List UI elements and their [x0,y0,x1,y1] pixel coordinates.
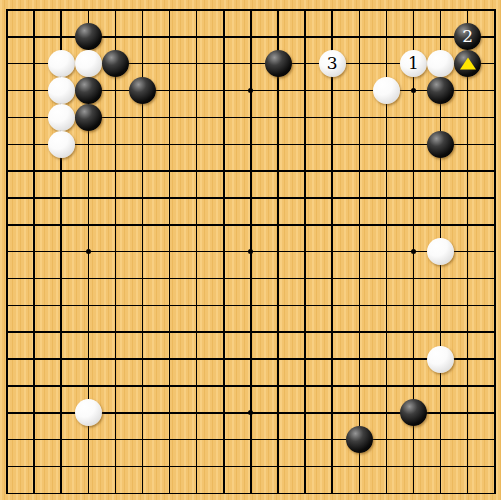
white-stone[interactable]: 3 [319,50,346,77]
grid-line-vertical [304,9,306,494]
grid-line-horizontal [6,331,495,333]
grid-line-horizontal [6,493,495,495]
grid-line-vertical [331,9,333,494]
black-stone[interactable] [75,77,102,104]
white-stone[interactable] [48,131,75,158]
grid-line-horizontal [6,439,495,441]
black-stone[interactable] [129,77,156,104]
black-stone[interactable]: 2 [454,23,481,50]
star-point [248,410,253,415]
black-stone[interactable] [265,50,292,77]
white-stone[interactable] [75,399,102,426]
black-stone[interactable] [75,104,102,131]
grid-line-vertical [494,9,496,494]
move-number-label: 3 [319,50,346,77]
grid-line-vertical [467,9,469,494]
black-stone[interactable] [75,23,102,50]
white-stone[interactable] [48,50,75,77]
triangle-marker [460,57,476,69]
move-number-label: 2 [454,23,481,50]
white-stone[interactable] [48,77,75,104]
star-point [86,249,91,254]
star-point [411,249,416,254]
grid-line-horizontal [6,305,495,307]
white-stone[interactable] [427,238,454,265]
white-stone[interactable] [48,104,75,131]
star-point [411,88,416,93]
grid-line-horizontal [6,385,495,387]
black-stone[interactable] [400,399,427,426]
black-stone[interactable] [427,77,454,104]
white-stone[interactable] [427,346,454,373]
grid-line-horizontal [6,466,495,468]
black-stone[interactable] [427,131,454,158]
go-board[interactable]: 231 [0,0,501,500]
star-point [248,88,253,93]
star-point [248,249,253,254]
move-number-label: 1 [400,50,427,77]
black-stone[interactable] [346,426,373,453]
black-stone[interactable] [102,50,129,77]
black-stone[interactable] [454,50,481,77]
white-stone[interactable] [373,77,400,104]
grid-line-vertical [277,9,279,494]
white-stone[interactable]: 1 [400,50,427,77]
white-stone[interactable] [75,50,102,77]
white-stone[interactable] [427,50,454,77]
grid-line-horizontal [6,358,495,360]
grid-line-vertical [359,9,361,494]
grid-line-horizontal [6,278,495,280]
